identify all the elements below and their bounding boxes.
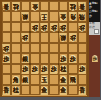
board-grid: 香桂金桂香銀王金角飛歩歩歩歩歩歩銀歩歩歩銀歩歩歩歩歩歩桂歩角銀玉金飛香桂金金香 bbox=[2, 1, 88, 96]
board-cell[interactable] bbox=[11, 53, 21, 64]
board-cell[interactable] bbox=[49, 85, 59, 96]
board-cell[interactable] bbox=[2, 74, 12, 85]
board-cell[interactable] bbox=[59, 43, 69, 54]
board-cell[interactable] bbox=[78, 32, 88, 43]
gote-hand-pieces: 歩 bbox=[89, 14, 100, 18]
board-cell[interactable] bbox=[49, 53, 59, 64]
sidebar: ▲持駒 歩 △持駒 歩 手数 棋譜 歩 bbox=[89, 0, 101, 97]
board-cell[interactable] bbox=[2, 22, 12, 33]
board-cell[interactable] bbox=[21, 85, 31, 96]
board-cell[interactable] bbox=[40, 43, 50, 54]
board-cell[interactable] bbox=[40, 1, 50, 12]
board-cell[interactable] bbox=[11, 32, 21, 43]
shogi-board: 香桂金桂香銀王金角飛歩歩歩歩歩歩銀歩歩歩銀歩歩歩歩歩歩桂歩角銀玉金飛香桂金金香 bbox=[0, 0, 89, 97]
board-cell[interactable] bbox=[68, 43, 78, 54]
board-cell[interactable] bbox=[11, 11, 21, 22]
board-cell[interactable] bbox=[78, 43, 88, 54]
board-cell[interactable] bbox=[40, 32, 50, 43]
hoshi-dot bbox=[29, 31, 31, 33]
board-cell[interactable] bbox=[2, 11, 12, 22]
board-cell[interactable] bbox=[11, 64, 21, 75]
board-cell[interactable] bbox=[68, 85, 78, 96]
board-cell[interactable] bbox=[30, 53, 40, 64]
board-cell[interactable] bbox=[78, 53, 88, 64]
board-cell[interactable] bbox=[68, 64, 78, 75]
board-cell[interactable] bbox=[11, 22, 21, 33]
board-cell[interactable] bbox=[11, 43, 21, 54]
board-cell[interactable] bbox=[2, 64, 12, 75]
shogi-app-window: 香桂金桂香銀王金角飛歩歩歩歩歩歩銀歩歩歩銀歩歩歩歩歩歩桂歩角銀玉金飛香桂金金香 … bbox=[0, 0, 100, 100]
board-cell[interactable] bbox=[59, 1, 69, 12]
captured-pawn-piece[interactable]: 歩 bbox=[92, 55, 98, 62]
board-cell[interactable] bbox=[49, 43, 59, 54]
board-cell[interactable] bbox=[30, 74, 40, 85]
board-cell[interactable] bbox=[49, 1, 59, 12]
board-cell[interactable] bbox=[78, 74, 88, 85]
captured-piece-stand: 歩 bbox=[89, 35, 101, 97]
board-cell[interactable] bbox=[40, 53, 50, 64]
board-cell[interactable] bbox=[21, 1, 31, 12]
board-cell[interactable] bbox=[30, 85, 40, 96]
game-info-panel: 手数 棋譜 bbox=[89, 22, 101, 36]
board-cell[interactable] bbox=[49, 11, 59, 22]
board-cell[interactable] bbox=[21, 43, 31, 54]
board-cell[interactable] bbox=[68, 22, 78, 33]
scroll-button[interactable] bbox=[94, 29, 100, 34]
board-cell[interactable] bbox=[49, 74, 59, 85]
board-cell[interactable] bbox=[2, 32, 12, 43]
status-strip bbox=[0, 97, 100, 100]
board-cell[interactable] bbox=[30, 43, 40, 54]
board-cell[interactable] bbox=[30, 32, 40, 43]
board-cell[interactable] bbox=[30, 11, 40, 22]
player-info-panel: ▲持駒 歩 △持駒 歩 bbox=[89, 0, 101, 22]
hoshi-dot bbox=[29, 63, 31, 65]
board-cell[interactable] bbox=[49, 32, 59, 43]
